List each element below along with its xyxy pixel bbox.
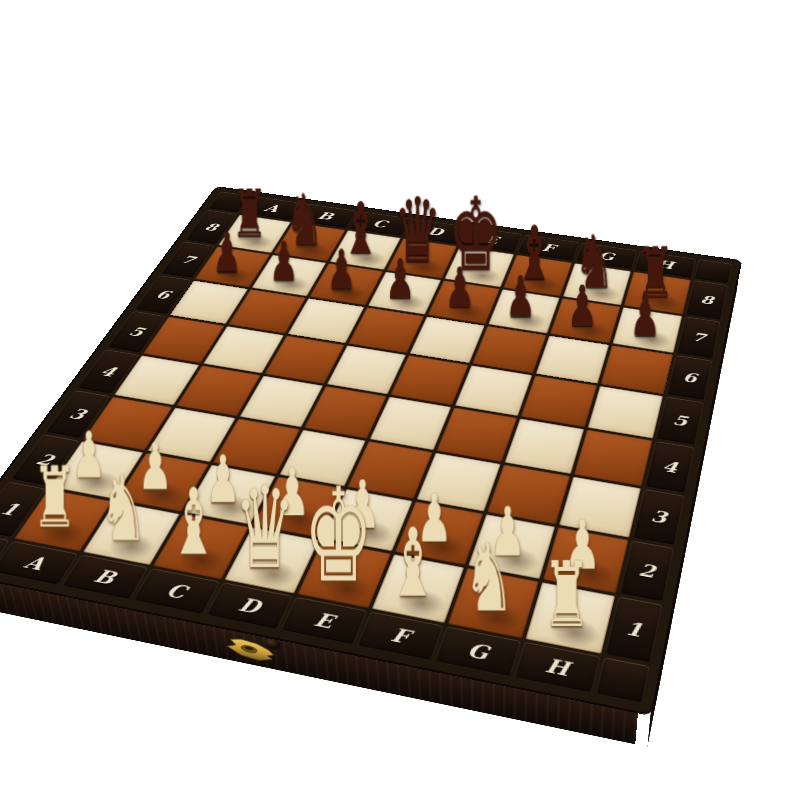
square-f6[interactable] (472, 326, 546, 373)
scene: ABCDEFGH8♜♞♝♛♚♝♞♜87♟♟♟♟♟♟♟♟7665544332♟♟♟… (0, 0, 800, 800)
rank-label-4-right: 4 (645, 441, 695, 494)
square-e6[interactable] (410, 317, 485, 363)
square-f5[interactable] (455, 365, 532, 416)
square-h1[interactable]: ♜ (525, 582, 615, 654)
square-c4[interactable] (240, 376, 323, 428)
rank-label-5-right: 5 (656, 397, 704, 446)
square-h4[interactable] (574, 430, 652, 486)
square-g4[interactable] (505, 418, 585, 473)
file-label-b-front: B (61, 554, 148, 600)
rank-label-6-right: 6 (666, 355, 712, 401)
rank-label-3-right: 3 (632, 489, 684, 546)
piece-black-pawn[interactable]: ♟ (600, 293, 689, 340)
frame-corner-tile (694, 259, 732, 283)
piece-white-rook[interactable]: ♜ (511, 559, 623, 633)
square-g6[interactable] (536, 336, 609, 384)
square-h5[interactable] (588, 386, 663, 438)
file-label-d-front: D (206, 582, 293, 630)
chess-board: ABCDEFGH8♜♞♝♛♚♝♞♜87♟♟♟♟♟♟♟♟7665544332♟♟♟… (0, 187, 740, 714)
frame-corner-tile (595, 657, 650, 703)
square-b4[interactable] (176, 365, 260, 416)
square-f4[interactable] (437, 407, 518, 461)
product-photo-canvas: ABCDEFGH8♜♞♝♛♚♝♞♜87♟♟♟♟♟♟♟♟7665544332♟♟♟… (0, 0, 800, 800)
square-g5[interactable] (521, 376, 597, 428)
